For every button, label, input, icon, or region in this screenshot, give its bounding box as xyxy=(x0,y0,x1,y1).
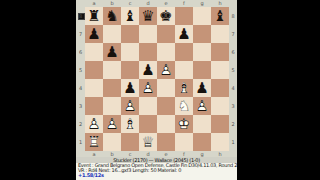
square-c2: ♝♗ xyxy=(121,115,139,133)
square-h2 xyxy=(211,115,229,133)
white-bishop: ♝♗ xyxy=(121,115,139,133)
square-b7 xyxy=(103,25,121,43)
square-e1 xyxy=(157,133,175,151)
square-c7 xyxy=(121,25,139,43)
square-d5: ♟ xyxy=(139,61,157,79)
black-king: ♚ xyxy=(157,7,175,25)
file-label: e xyxy=(157,0,175,7)
black-pawn: ♟ xyxy=(85,25,103,43)
square-c5 xyxy=(121,61,139,79)
black-queen: ♛ xyxy=(139,7,157,25)
square-b2: ♟♙ xyxy=(103,115,121,133)
square-c6 xyxy=(121,43,139,61)
rank-label: 7 xyxy=(229,25,237,43)
file-label: f xyxy=(175,0,193,7)
black-bishop: ♝ xyxy=(211,7,229,25)
square-g8 xyxy=(193,7,211,25)
white-pawn: ♟♙ xyxy=(157,61,175,79)
square-g7 xyxy=(193,25,211,43)
rank-label: 3 xyxy=(76,97,85,115)
white-knight: ♞♘ xyxy=(175,97,193,115)
white-rook: ♜♖ xyxy=(85,133,103,151)
chess-board: ♜♞♝♛♚♝♟♟♟♟♟♙♟♟♙♝♗♟♟♙♞♘♟♙♟♙♟♙♝♗♚♔♜♖♛♕ xyxy=(85,7,229,151)
white-bishop: ♝♗ xyxy=(175,79,193,97)
square-g3: ♟♙ xyxy=(193,97,211,115)
rank-label: 2 xyxy=(76,115,85,133)
square-f7: ♟ xyxy=(175,25,193,43)
white-pawn: ♟♙ xyxy=(139,79,157,97)
square-h6 xyxy=(211,43,229,61)
file-label: a xyxy=(85,0,103,7)
rank-label: 5 xyxy=(76,61,85,79)
rank-label: 1 xyxy=(76,133,85,151)
square-f6 xyxy=(175,43,193,61)
square-a5 xyxy=(85,61,103,79)
square-g6 xyxy=(193,43,211,61)
rank-label: 4 xyxy=(229,79,237,97)
square-d2 xyxy=(139,115,157,133)
white-queen: ♛♕ xyxy=(139,133,157,151)
rank-label: 6 xyxy=(76,43,85,61)
square-h8: ♝ xyxy=(211,7,229,25)
square-e3 xyxy=(157,97,175,115)
black-pawn: ♟ xyxy=(193,79,211,97)
square-c1 xyxy=(121,133,139,151)
square-g1 xyxy=(193,133,211,151)
square-h5 xyxy=(211,61,229,79)
rank-labels-left: 87654321 xyxy=(76,7,85,151)
square-h4 xyxy=(211,79,229,97)
square-d6 xyxy=(139,43,157,61)
square-e5: ♟♙ xyxy=(157,61,175,79)
square-g5 xyxy=(193,61,211,79)
square-d3 xyxy=(139,97,157,115)
square-g2 xyxy=(193,115,211,133)
square-f3: ♞♘ xyxy=(175,97,193,115)
square-e8: ♚ xyxy=(157,7,175,25)
file-label: h xyxy=(211,0,229,7)
square-b8: ♞ xyxy=(103,7,121,25)
square-a6 xyxy=(85,43,103,61)
square-b1 xyxy=(103,133,121,151)
black-pawn: ♟ xyxy=(103,43,121,61)
rank-label: 1 xyxy=(229,133,237,151)
black-pawn: ♟ xyxy=(121,79,139,97)
file-label: d xyxy=(139,0,157,7)
game-info-footer: Stuckler (2170) — Wallace (2045) (1-0) E… xyxy=(76,157,237,180)
square-e4 xyxy=(157,79,175,97)
rank-label: 8 xyxy=(76,7,85,25)
black-knight: ♞ xyxy=(103,7,121,25)
square-d7 xyxy=(139,25,157,43)
square-d4: ♟♙ xyxy=(139,79,157,97)
rank-label: 3 xyxy=(229,97,237,115)
rank-label: 4 xyxy=(76,79,85,97)
rank-label: 8 xyxy=(229,7,237,25)
black-bishop: ♝ xyxy=(121,7,139,25)
square-a8: ♜ xyxy=(85,7,103,25)
file-labels-top: abcdefgh xyxy=(85,0,229,7)
square-a4 xyxy=(85,79,103,97)
white-pawn: ♟♙ xyxy=(85,115,103,133)
file-label: b xyxy=(103,0,121,7)
square-b5 xyxy=(103,61,121,79)
white-king: ♚♔ xyxy=(175,115,193,133)
rank-label: 6 xyxy=(229,43,237,61)
file-label: g xyxy=(193,0,211,7)
square-f1 xyxy=(175,133,193,151)
rank-labels-right: 87654321 xyxy=(229,7,237,151)
rank-label: 2 xyxy=(229,115,237,133)
square-h3 xyxy=(211,97,229,115)
square-e6 xyxy=(157,43,175,61)
white-pawn: ♟♙ xyxy=(103,115,121,133)
white-pawn: ♟♙ xyxy=(121,97,139,115)
square-b6: ♟ xyxy=(103,43,121,61)
black-pawn: ♟ xyxy=(175,25,193,43)
rank-label: 7 xyxy=(76,25,85,43)
square-c3: ♟♙ xyxy=(121,97,139,115)
square-c8: ♝ xyxy=(121,7,139,25)
square-c4: ♟ xyxy=(121,79,139,97)
square-d1: ♛♕ xyxy=(139,133,157,151)
square-a2: ♟♙ xyxy=(85,115,103,133)
square-f4: ♝♗ xyxy=(175,79,193,97)
square-f8 xyxy=(175,7,193,25)
square-e2 xyxy=(157,115,175,133)
white-pawn: ♟♙ xyxy=(193,97,211,115)
square-b3 xyxy=(103,97,121,115)
engine-eval-line: +1.58/12s xyxy=(76,173,237,178)
square-h7 xyxy=(211,25,229,43)
chess-gui-panel: abcdefgh 87654321 ♜♞♝♛♚♝♟♟♟♟♟♙♟♟♙♝♗♟♟♙♞♘… xyxy=(76,0,237,180)
square-f5 xyxy=(175,61,193,79)
square-f2: ♚♔ xyxy=(175,115,193,133)
square-a3 xyxy=(85,97,103,115)
rank-label: 5 xyxy=(229,61,237,79)
square-d8: ♛ xyxy=(139,7,157,25)
black-pawn: ♟ xyxy=(139,61,157,79)
square-e7 xyxy=(157,25,175,43)
square-b4 xyxy=(103,79,121,97)
square-g4: ♟ xyxy=(193,79,211,97)
file-label: c xyxy=(121,0,139,7)
square-h1 xyxy=(211,133,229,151)
black-rook: ♜ xyxy=(85,7,103,25)
square-a7: ♟ xyxy=(85,25,103,43)
square-a1: ♜♖ xyxy=(85,133,103,151)
